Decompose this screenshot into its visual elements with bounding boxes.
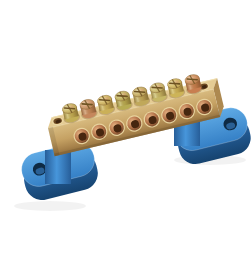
left-stand-shadow (14, 201, 86, 211)
product-photo: Brass neutral busbar on two blue insulat… (0, 0, 252, 280)
busbar-illustration (0, 0, 252, 280)
